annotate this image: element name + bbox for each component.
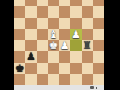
square-b3[interactable]: ♟ bbox=[25, 51, 36, 62]
square-b2[interactable] bbox=[25, 63, 36, 74]
chess-board[interactable]: ♝♟♚♟♜♟♚ bbox=[14, 0, 104, 85]
square-a5[interactable] bbox=[14, 29, 25, 40]
square-g6[interactable] bbox=[82, 18, 93, 29]
square-a3[interactable] bbox=[14, 51, 25, 62]
square-f2[interactable] bbox=[70, 63, 81, 74]
square-h2[interactable] bbox=[93, 63, 104, 74]
square-d7[interactable] bbox=[48, 6, 59, 17]
square-e6[interactable] bbox=[59, 18, 70, 29]
square-h7[interactable] bbox=[93, 6, 104, 17]
square-c5[interactable] bbox=[37, 29, 48, 40]
square-e2[interactable] bbox=[59, 63, 70, 74]
square-a1[interactable] bbox=[14, 74, 25, 85]
letterbox-left bbox=[0, 0, 14, 90]
square-e7[interactable] bbox=[59, 6, 70, 17]
square-c4[interactable] bbox=[37, 40, 48, 51]
thumbnail-stage: ♝♟♚♟♜♟♚ bbox=[0, 0, 120, 90]
square-a4[interactable] bbox=[14, 40, 25, 51]
piece-white-king[interactable]: ♚ bbox=[49, 40, 58, 52]
square-f1[interactable] bbox=[70, 74, 81, 85]
square-c1[interactable] bbox=[37, 74, 48, 85]
square-a7[interactable] bbox=[14, 6, 25, 17]
square-h5[interactable] bbox=[93, 29, 104, 40]
square-c2[interactable] bbox=[37, 63, 48, 74]
square-g3[interactable] bbox=[82, 51, 93, 62]
square-d4[interactable]: ♚ bbox=[48, 40, 59, 51]
square-e4[interactable]: ♟ bbox=[59, 40, 70, 51]
bottom-bar-dot bbox=[96, 87, 97, 89]
square-f3[interactable] bbox=[70, 51, 81, 62]
square-d3[interactable] bbox=[48, 51, 59, 62]
square-b1[interactable] bbox=[25, 74, 36, 85]
bottom-bar-glyph bbox=[90, 86, 94, 89]
square-a2[interactable]: ♚ bbox=[14, 63, 25, 74]
square-h6[interactable] bbox=[93, 18, 104, 29]
square-h4[interactable] bbox=[93, 40, 104, 51]
square-b6[interactable] bbox=[25, 18, 36, 29]
piece-black-pawn[interactable]: ♟ bbox=[26, 51, 35, 63]
square-c7[interactable] bbox=[37, 6, 48, 17]
square-h3[interactable] bbox=[93, 51, 104, 62]
piece-black-king[interactable]: ♚ bbox=[15, 63, 24, 75]
square-g4[interactable]: ♜ bbox=[82, 40, 93, 51]
square-h1[interactable] bbox=[93, 74, 104, 85]
square-c6[interactable] bbox=[37, 18, 48, 29]
square-e3[interactable] bbox=[59, 51, 70, 62]
piece-white-pawn[interactable]: ♟ bbox=[71, 29, 80, 41]
letterbox-right bbox=[104, 0, 120, 90]
bottom-ui-bar bbox=[14, 85, 104, 90]
piece-white-pawn[interactable]: ♟ bbox=[60, 40, 69, 52]
square-c3[interactable] bbox=[37, 51, 48, 62]
square-f5[interactable]: ♟ bbox=[70, 29, 81, 40]
square-a6[interactable] bbox=[14, 18, 25, 29]
square-f4[interactable] bbox=[70, 40, 81, 51]
square-e1[interactable] bbox=[59, 74, 70, 85]
square-b7[interactable] bbox=[25, 6, 36, 17]
piece-black-rook[interactable]: ♜ bbox=[82, 40, 91, 52]
square-f7[interactable] bbox=[70, 6, 81, 17]
square-g1[interactable] bbox=[82, 74, 93, 85]
square-d1[interactable] bbox=[48, 74, 59, 85]
square-g2[interactable] bbox=[82, 63, 93, 74]
square-d2[interactable] bbox=[48, 63, 59, 74]
square-g7[interactable] bbox=[82, 6, 93, 17]
square-b5[interactable] bbox=[25, 29, 36, 40]
